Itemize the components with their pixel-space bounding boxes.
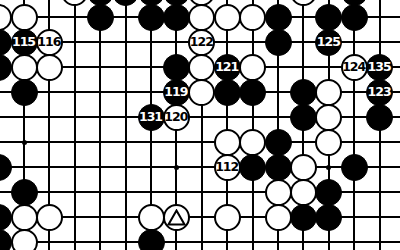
stone-white <box>214 204 241 231</box>
stone-white <box>138 204 165 231</box>
stone-black <box>239 79 266 106</box>
stone-black <box>163 54 190 81</box>
triangle-marker-icon <box>167 209 186 226</box>
stone-black <box>290 104 317 131</box>
stone-white-120: 120 <box>163 104 190 131</box>
move-number: 115 <box>12 36 35 49</box>
stone-white <box>290 154 317 181</box>
stone-black <box>341 154 368 181</box>
stone-white-triangle <box>163 204 190 231</box>
star-point <box>174 165 179 170</box>
move-number: 121 <box>215 61 238 74</box>
stone-white-122: 122 <box>188 29 215 56</box>
stone-black <box>0 154 12 181</box>
stone-white <box>11 4 38 31</box>
stone-white <box>239 54 266 81</box>
move-number: 125 <box>317 36 340 49</box>
stone-white <box>290 179 317 206</box>
stone-white <box>61 0 88 6</box>
move-number: 123 <box>368 86 391 99</box>
grid-line-horizontal <box>0 241 400 243</box>
stone-black <box>11 79 38 106</box>
stone-white <box>188 4 215 31</box>
stone-black <box>315 204 342 231</box>
stone-black <box>341 4 368 31</box>
move-number: 116 <box>37 36 60 49</box>
move-number: 131 <box>139 111 162 124</box>
stone-black-119: 119 <box>163 79 190 106</box>
stone-black <box>163 4 190 31</box>
stone-black <box>290 79 317 106</box>
move-number: 135 <box>368 61 391 74</box>
grid-line-vertical <box>99 0 101 250</box>
stone-black-135: 135 <box>366 54 393 81</box>
grid-line-vertical <box>353 0 355 250</box>
stone-black <box>112 0 139 6</box>
stone-white <box>188 79 215 106</box>
star-point <box>326 165 331 170</box>
star-point <box>22 140 27 145</box>
stone-black <box>87 4 114 31</box>
stone-white <box>188 54 215 81</box>
move-number: 122 <box>190 36 213 49</box>
stone-black-115: 115 <box>11 29 38 56</box>
stone-white <box>290 0 317 6</box>
stone-white <box>265 204 292 231</box>
stone-white-124: 124 <box>341 54 368 81</box>
move-number: 120 <box>164 111 187 124</box>
stone-black <box>265 129 292 156</box>
stone-white <box>315 129 342 156</box>
stone-white-116: 116 <box>36 29 63 56</box>
stone-black <box>265 4 292 31</box>
stone-black-131: 131 <box>138 104 165 131</box>
grid-line-vertical <box>74 0 76 250</box>
stone-black <box>290 204 317 231</box>
stone-white <box>11 54 38 81</box>
stone-black <box>138 229 165 250</box>
stone-black <box>265 29 292 56</box>
stone-white <box>239 129 266 156</box>
stone-white <box>36 204 63 231</box>
move-number: 112 <box>215 161 238 174</box>
stone-black <box>366 104 393 131</box>
move-number: 124 <box>342 61 365 74</box>
stone-black <box>315 4 342 31</box>
stone-white <box>315 104 342 131</box>
stone-black <box>315 179 342 206</box>
stone-black <box>239 154 266 181</box>
stone-white <box>214 129 241 156</box>
stone-black <box>11 179 38 206</box>
stone-black-121: 121 <box>214 54 241 81</box>
stone-white <box>36 54 63 81</box>
go-diagram-screenshot: 115116122125121124135119123131120112 <box>0 0 400 250</box>
stone-black-125: 125 <box>315 29 342 56</box>
grid-line-vertical <box>252 0 254 250</box>
grid-line-vertical <box>125 0 127 250</box>
stone-white <box>11 229 38 250</box>
stone-white <box>315 79 342 106</box>
stone-black <box>138 4 165 31</box>
stone-white <box>239 4 266 31</box>
stone-black <box>214 79 241 106</box>
move-number: 119 <box>164 86 187 99</box>
stone-white <box>265 179 292 206</box>
stone-black <box>265 154 292 181</box>
stone-white-112: 112 <box>214 154 241 181</box>
stone-black-123: 123 <box>366 79 393 106</box>
go-board: 115116122125121124135119123131120112 <box>0 0 400 250</box>
stone-white <box>214 4 241 31</box>
stone-white <box>11 204 38 231</box>
